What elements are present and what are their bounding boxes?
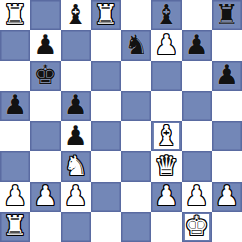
square-f3[interactable]: ♛ bbox=[151, 151, 181, 181]
square-c3[interactable]: ♞ bbox=[61, 151, 91, 181]
square-b3[interactable] bbox=[30, 151, 60, 181]
square-a2[interactable]: ♟ bbox=[0, 182, 30, 212]
piece-black-pawn[interactable]: ♟ bbox=[185, 31, 209, 58]
piece-black-bishop[interactable]: ♝ bbox=[64, 1, 88, 28]
piece-black-king[interactable]: ♚ bbox=[33, 61, 57, 88]
square-d7[interactable] bbox=[91, 30, 121, 60]
square-c2[interactable]: ♟ bbox=[61, 182, 91, 212]
piece-white-rook[interactable]: ♜ bbox=[3, 1, 27, 28]
square-f6[interactable] bbox=[151, 61, 181, 91]
square-e6[interactable] bbox=[121, 61, 151, 91]
square-f4[interactable]: ♝ bbox=[151, 121, 181, 151]
square-b4[interactable] bbox=[30, 121, 60, 151]
square-h3[interactable] bbox=[212, 151, 242, 181]
square-g3[interactable] bbox=[182, 151, 212, 181]
piece-black-bishop[interactable]: ♝ bbox=[154, 1, 178, 28]
piece-white-pawn[interactable]: ♟ bbox=[33, 182, 57, 209]
piece-white-pawn[interactable]: ♟ bbox=[215, 182, 239, 209]
piece-black-knight[interactable]: ♞ bbox=[124, 31, 148, 58]
square-g7[interactable]: ♟ bbox=[182, 30, 212, 60]
square-g2[interactable]: ♟ bbox=[182, 182, 212, 212]
square-a3[interactable] bbox=[0, 151, 30, 181]
square-a1[interactable]: ♜ bbox=[0, 212, 30, 242]
square-h2[interactable]: ♟ bbox=[212, 182, 242, 212]
square-d4[interactable] bbox=[91, 121, 121, 151]
square-c6[interactable] bbox=[61, 61, 91, 91]
square-h5[interactable] bbox=[212, 91, 242, 121]
piece-white-rook[interactable]: ♜ bbox=[94, 1, 118, 28]
square-a7[interactable] bbox=[0, 30, 30, 60]
square-g6[interactable] bbox=[182, 61, 212, 91]
piece-white-bishop[interactable]: ♝ bbox=[154, 122, 178, 149]
square-e4[interactable] bbox=[121, 121, 151, 151]
square-c7[interactable] bbox=[61, 30, 91, 60]
square-g4[interactable] bbox=[182, 121, 212, 151]
square-f5[interactable] bbox=[151, 91, 181, 121]
square-b8[interactable] bbox=[30, 0, 60, 30]
square-b2[interactable]: ♟ bbox=[30, 182, 60, 212]
piece-white-pawn[interactable]: ♟ bbox=[64, 182, 88, 209]
square-c8[interactable]: ♝ bbox=[61, 0, 91, 30]
square-f7[interactable]: ♟ bbox=[151, 30, 181, 60]
square-b1[interactable] bbox=[30, 212, 60, 242]
square-b6[interactable]: ♚ bbox=[30, 61, 60, 91]
piece-black-pawn[interactable]: ♟ bbox=[215, 61, 239, 88]
square-d5[interactable] bbox=[91, 91, 121, 121]
piece-black-pawn[interactable]: ♟ bbox=[64, 122, 88, 149]
square-d1[interactable] bbox=[91, 212, 121, 242]
square-h8[interactable]: ♜ bbox=[212, 0, 242, 30]
square-h4[interactable] bbox=[212, 121, 242, 151]
square-e5[interactable] bbox=[121, 91, 151, 121]
square-e3[interactable] bbox=[121, 151, 151, 181]
square-a6[interactable] bbox=[0, 61, 30, 91]
square-g1[interactable]: ♚ bbox=[182, 212, 212, 242]
square-h6[interactable]: ♟ bbox=[212, 61, 242, 91]
square-f2[interactable]: ♟ bbox=[151, 182, 181, 212]
square-c1[interactable] bbox=[61, 212, 91, 242]
piece-black-pawn[interactable]: ♟ bbox=[64, 91, 88, 118]
square-h7[interactable] bbox=[212, 30, 242, 60]
square-e1[interactable] bbox=[121, 212, 151, 242]
square-g8[interactable] bbox=[182, 0, 212, 30]
piece-white-pawn[interactable]: ♟ bbox=[154, 182, 178, 209]
square-g5[interactable] bbox=[182, 91, 212, 121]
square-c4[interactable]: ♟ bbox=[61, 121, 91, 151]
square-f8[interactable]: ♝ bbox=[151, 0, 181, 30]
square-c5[interactable]: ♟ bbox=[61, 91, 91, 121]
square-d6[interactable] bbox=[91, 61, 121, 91]
square-a4[interactable] bbox=[0, 121, 30, 151]
piece-black-pawn[interactable]: ♟ bbox=[3, 91, 27, 118]
square-a5[interactable]: ♟ bbox=[0, 91, 30, 121]
square-b7[interactable]: ♟ bbox=[30, 30, 60, 60]
piece-white-pawn[interactable]: ♟ bbox=[3, 182, 27, 209]
square-h1[interactable] bbox=[212, 212, 242, 242]
square-d8[interactable]: ♜ bbox=[91, 0, 121, 30]
piece-white-rook[interactable]: ♜ bbox=[3, 212, 27, 239]
piece-white-king[interactable]: ♚ bbox=[185, 212, 209, 239]
piece-black-pawn[interactable]: ♟ bbox=[33, 31, 57, 58]
square-d2[interactable] bbox=[91, 182, 121, 212]
square-d3[interactable] bbox=[91, 151, 121, 181]
square-e8[interactable] bbox=[121, 0, 151, 30]
square-a8[interactable]: ♜ bbox=[0, 0, 30, 30]
piece-white-queen[interactable]: ♛ bbox=[154, 152, 178, 179]
square-f1[interactable] bbox=[151, 212, 181, 242]
square-b5[interactable] bbox=[30, 91, 60, 121]
square-e7[interactable]: ♞ bbox=[121, 30, 151, 60]
chess-board: ♜♝♜♝♜♟♞♟♟♚♟♟♟♟♝♞♛♟♟♟♟♟♟♜♚ bbox=[0, 0, 242, 242]
piece-white-knight[interactable]: ♞ bbox=[64, 152, 88, 179]
piece-white-pawn[interactable]: ♟ bbox=[154, 31, 178, 58]
piece-black-rook[interactable]: ♜ bbox=[215, 1, 239, 28]
square-e2[interactable] bbox=[121, 182, 151, 212]
piece-white-pawn[interactable]: ♟ bbox=[185, 182, 209, 209]
